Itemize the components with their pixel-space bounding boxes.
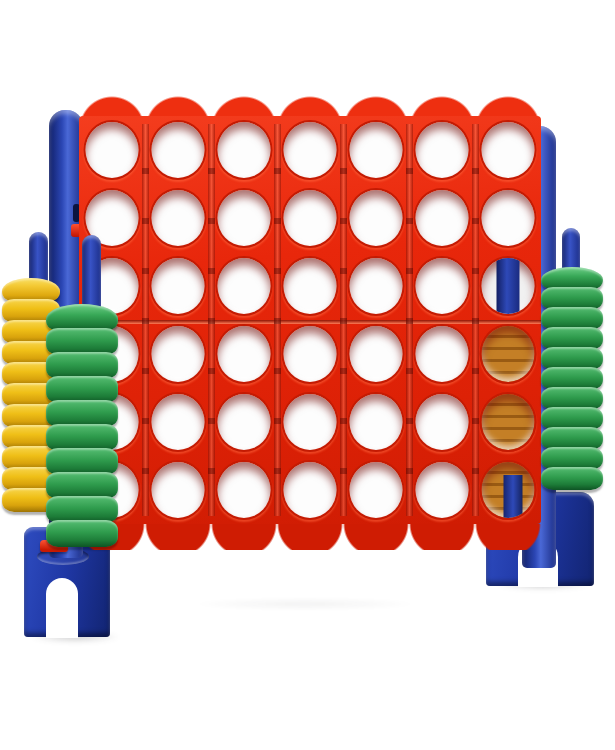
board-hole-c4r4 — [282, 324, 339, 384]
board-hole-c6r6 — [414, 460, 471, 520]
column-divider — [208, 124, 215, 516]
board-cell-c2r1 — [145, 116, 211, 184]
board-cell-c3r3 — [211, 252, 277, 320]
board-cell-c2r5 — [145, 388, 211, 456]
column-divider — [406, 124, 413, 516]
green-disc — [46, 472, 118, 499]
board-cell-c4r3 — [277, 252, 343, 320]
board-hole-c3r4 — [216, 324, 273, 384]
board-hole-c3r3 — [216, 256, 273, 316]
board-cell-c1r1 — [79, 116, 145, 184]
board-cell-c4r5 — [277, 388, 343, 456]
board-hole-c7r2 — [480, 188, 537, 248]
board-hole-c2r5 — [150, 392, 207, 452]
board-cell-c7r3 — [475, 252, 541, 320]
board-hole-c2r3 — [150, 256, 207, 316]
board-hole-c6r5 — [414, 392, 471, 452]
board-cell-c3r5 — [211, 388, 277, 456]
board-hole-c7r1 — [480, 120, 537, 180]
board-hole-c7r3 — [480, 256, 537, 316]
board-hole-c4r2 — [282, 188, 339, 248]
board-cell-c4r6 — [277, 456, 343, 524]
board-hole-c3r5 — [216, 392, 273, 452]
board-cell-c5r4 — [343, 320, 409, 388]
board-cell-c5r5 — [343, 388, 409, 456]
column-divider — [142, 124, 149, 516]
board-cell-c7r4 — [475, 320, 541, 388]
board-hole-c3r1 — [216, 120, 273, 180]
board-hole-c5r6 — [348, 460, 405, 520]
green-disc — [46, 304, 118, 331]
board-cell-c5r6 — [343, 456, 409, 524]
board-hole-c7r5 — [480, 392, 537, 452]
board-hole-c2r2 — [150, 188, 207, 248]
floor-shadow-center — [140, 596, 470, 612]
board-body — [79, 116, 541, 524]
board-hole-c4r6 — [282, 460, 339, 520]
board-cell-c3r1 — [211, 116, 277, 184]
board-cell-c7r2 — [475, 184, 541, 252]
board-cell-c2r4 — [145, 320, 211, 388]
board-hole-c6r2 — [414, 188, 471, 248]
green-disc-stack-right — [541, 267, 603, 490]
board-cell-c6r6 — [409, 456, 475, 524]
board-hole-c2r1 — [150, 120, 207, 180]
board-hole-c5r4 — [348, 324, 405, 384]
board-cell-c4r4 — [277, 320, 343, 388]
board-hole-c4r3 — [282, 256, 339, 316]
board-hole-c1r1 — [84, 120, 141, 180]
board-cell-c4r1 — [277, 116, 343, 184]
board-hole-c5r1 — [348, 120, 405, 180]
connect-four-board — [79, 96, 541, 554]
board-hole-c6r4 — [414, 324, 471, 384]
board-hole-c2r6 — [150, 460, 207, 520]
board-hole-c4r1 — [282, 120, 339, 180]
board-cell-c2r3 — [145, 252, 211, 320]
green-disc — [46, 352, 118, 379]
board-cell-c7r5 — [475, 388, 541, 456]
green-disc — [46, 448, 118, 475]
board-cell-c6r5 — [409, 388, 475, 456]
board-cell-c6r3 — [409, 252, 475, 320]
green-disc — [46, 520, 118, 547]
board-cell-c5r2 — [343, 184, 409, 252]
board-cell-c2r6 — [145, 456, 211, 524]
board-hole-c7r6 — [480, 460, 537, 520]
board-cell-c5r3 — [343, 252, 409, 320]
board-cell-c5r1 — [343, 116, 409, 184]
green-disc — [46, 376, 118, 403]
column-divider — [340, 124, 347, 516]
column-divider — [274, 124, 281, 516]
board-hole-c5r3 — [348, 256, 405, 316]
green-disc — [46, 400, 118, 427]
board-cell-c6r4 — [409, 320, 475, 388]
board-hole-c4r5 — [282, 392, 339, 452]
giant-connect-four-photo — [0, 0, 615, 750]
board-hole-c5r2 — [348, 188, 405, 248]
board-cell-c6r2 — [409, 184, 475, 252]
board-cell-c3r6 — [211, 456, 277, 524]
board-hole-c6r1 — [414, 120, 471, 180]
green-disc — [541, 467, 603, 490]
green-disc-stack-left — [46, 304, 118, 547]
column-divider — [472, 124, 479, 516]
green-disc — [46, 424, 118, 451]
left-leg-arch — [46, 578, 78, 638]
board-cell-c7r1 — [475, 116, 541, 184]
board-hole-c5r5 — [348, 392, 405, 452]
board-hole-c2r4 — [150, 324, 207, 384]
board-hole-c3r6 — [216, 460, 273, 520]
board-cell-c7r6 — [475, 456, 541, 524]
board-hole-c7r4 — [480, 324, 537, 384]
board-bottom-scallops — [79, 524, 541, 550]
board-hole-c3r2 — [216, 188, 273, 248]
board-hole-c6r3 — [414, 256, 471, 316]
board-top-scallops — [79, 96, 541, 118]
board-cell-c3r4 — [211, 320, 277, 388]
board-cell-c4r2 — [277, 184, 343, 252]
board-cell-c2r2 — [145, 184, 211, 252]
green-disc — [46, 496, 118, 523]
board-cell-c6r1 — [409, 116, 475, 184]
green-disc — [46, 328, 118, 355]
board-cell-c3r2 — [211, 184, 277, 252]
